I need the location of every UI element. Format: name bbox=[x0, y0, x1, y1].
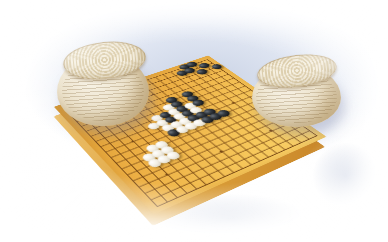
star-point bbox=[219, 150, 223, 152]
star-point bbox=[269, 130, 273, 132]
black-stone bbox=[209, 63, 223, 70]
go-scene bbox=[0, 0, 388, 242]
star-point bbox=[165, 173, 169, 176]
star-point bbox=[232, 102, 236, 104]
star-point bbox=[198, 77, 201, 79]
stone-bowl-left bbox=[57, 42, 149, 126]
star-point bbox=[131, 140, 135, 142]
star-point bbox=[151, 94, 154, 96]
stone-bowl-right bbox=[252, 55, 341, 127]
black-stone bbox=[195, 68, 209, 75]
black-stone bbox=[197, 62, 211, 69]
